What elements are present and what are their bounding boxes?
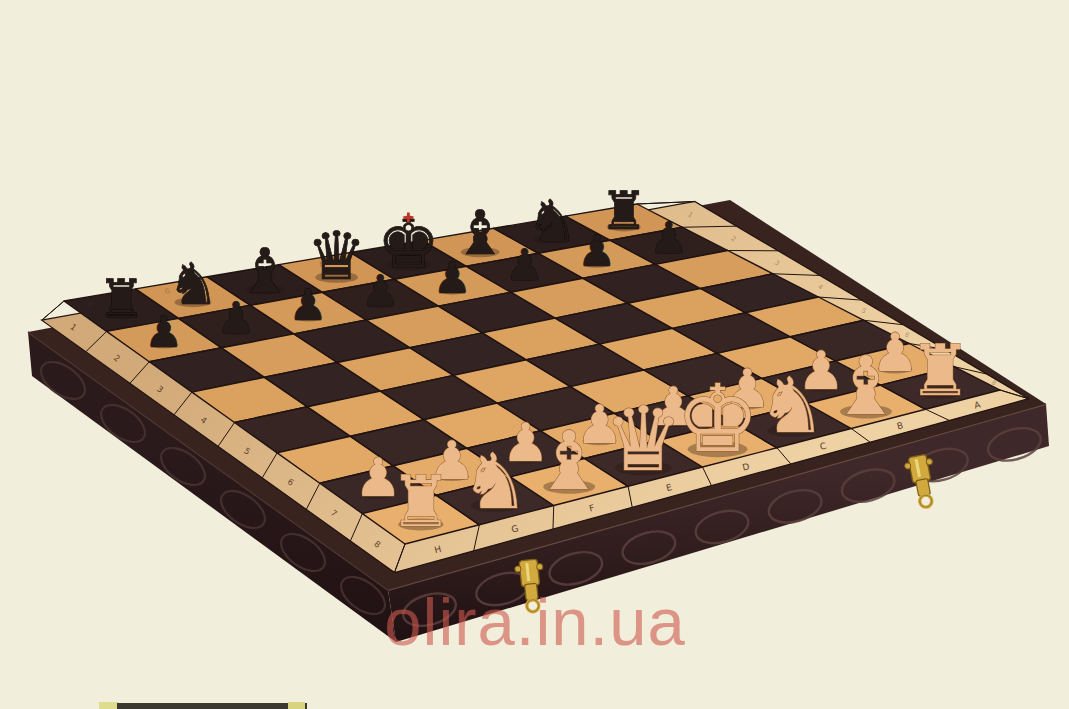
- black-pawn: ♟: [289, 280, 328, 330]
- black-pawn: ♟: [650, 213, 689, 263]
- white-knight: ♞: [757, 361, 826, 450]
- black-pawn: ♟: [577, 226, 616, 276]
- white-bishop: ♝: [830, 339, 903, 433]
- black-pawn: ♟: [361, 266, 400, 316]
- watermark-text: olira.in.ua: [325, 588, 745, 655]
- black-pawn: ♟: [145, 307, 184, 357]
- white-queen: ♛: [604, 387, 684, 491]
- white-rook: ♜: [909, 330, 972, 412]
- white-rook: ♜: [389, 461, 452, 543]
- black-rook: ♜: [98, 268, 145, 329]
- product-photo: HHGGFFEEDDCCBBAA1122334455667788♜♞♟♝♟♚♛♟…: [0, 0, 1069, 709]
- crop-bar-dark: [117, 703, 307, 709]
- white-bishop: ♝: [533, 414, 606, 508]
- crop-tip-right: [288, 702, 305, 709]
- white-knight: ♞: [461, 437, 530, 526]
- black-pawn: ♟: [433, 253, 472, 303]
- crop-tip-left: [99, 702, 119, 709]
- white-king: ♚: [676, 364, 760, 473]
- black-pawn: ♟: [505, 240, 544, 290]
- black-pawn: ♟: [217, 293, 256, 343]
